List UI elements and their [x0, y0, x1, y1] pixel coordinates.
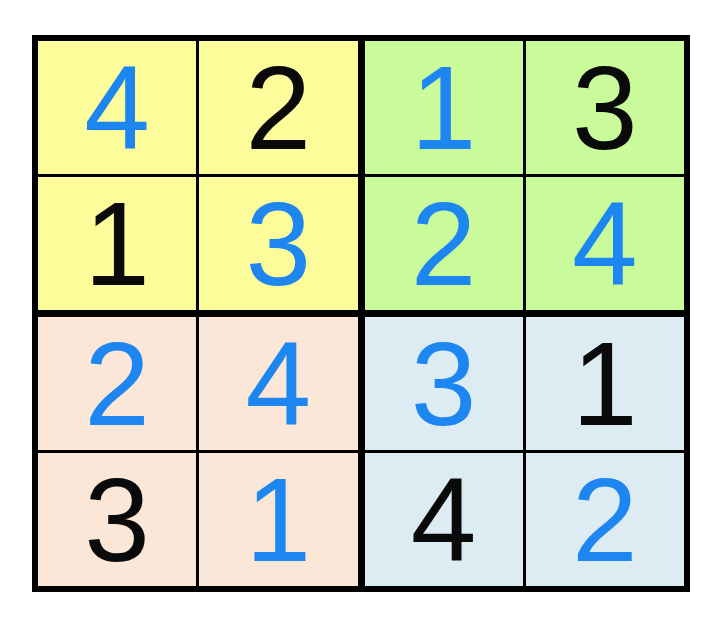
page: 4213 1324 2431 3142 — [0, 0, 728, 628]
sudoku-cell-r2c1[interactable]: 1 — [38, 177, 196, 310]
box-top-right: 1324 — [365, 41, 685, 310]
sudoku-cell-r2c4[interactable]: 4 — [526, 177, 684, 310]
box-bottom-left: 2431 — [38, 317, 358, 586]
sudoku-cell-r1c1[interactable]: 4 — [38, 41, 196, 174]
sudoku-cell-r3c1[interactable]: 2 — [38, 317, 196, 450]
sudoku-cell-r2c2[interactable]: 3 — [199, 177, 357, 310]
sudoku-cell-r4c1[interactable]: 3 — [38, 453, 196, 586]
sudoku-cell-r2c3[interactable]: 2 — [365, 177, 523, 310]
sudoku-cell-r3c2[interactable]: 4 — [199, 317, 357, 450]
box-top-left: 4213 — [38, 41, 358, 310]
sudoku-cell-r4c4[interactable]: 2 — [526, 453, 684, 586]
sudoku-cell-r4c2[interactable]: 1 — [199, 453, 357, 586]
sudoku-cell-r1c3[interactable]: 1 — [365, 41, 523, 174]
sudoku-cell-r1c4[interactable]: 3 — [526, 41, 684, 174]
sudoku-cell-r1c2[interactable]: 2 — [199, 41, 357, 174]
sudoku-cell-r3c4[interactable]: 1 — [526, 317, 684, 450]
box-bottom-right: 3142 — [365, 317, 685, 586]
sudoku-board: 4213 1324 2431 3142 — [32, 35, 690, 592]
sudoku-cell-r3c3[interactable]: 3 — [365, 317, 523, 450]
sudoku-cell-r4c3[interactable]: 4 — [365, 453, 523, 586]
